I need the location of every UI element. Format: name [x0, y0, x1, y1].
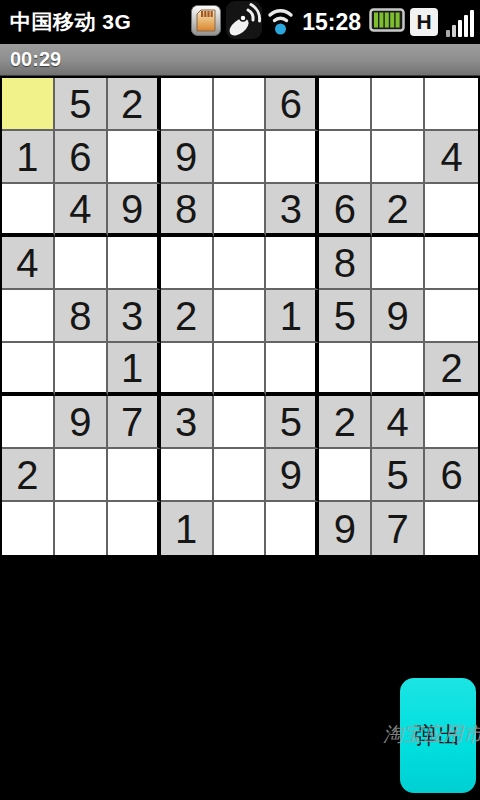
sudoku-cell-r2c7[interactable]	[319, 131, 372, 184]
sudoku-cell-r2c2[interactable]: 6	[55, 131, 108, 184]
sudoku-cell-r8c5[interactable]	[214, 449, 267, 502]
sudoku-cell-r5c5[interactable]	[214, 290, 267, 343]
sudoku-cell-r2c3[interactable]	[108, 131, 161, 184]
sudoku-cell-r7c2[interactable]: 9	[55, 396, 108, 449]
sudoku-cell-r5c6[interactable]: 1	[266, 290, 319, 343]
sudoku-cell-r2c4[interactable]: 9	[161, 131, 214, 184]
sudoku-cell-r3c3[interactable]: 9	[108, 184, 161, 237]
carrier-label: 中国移动 3G	[10, 8, 131, 36]
sudoku-cell-r6c8[interactable]	[372, 343, 425, 396]
sudoku-cell-r7c1[interactable]	[2, 396, 55, 449]
sudoku-cell-r3c6[interactable]: 3	[266, 184, 319, 237]
sudoku-cell-r8c8[interactable]: 5	[372, 449, 425, 502]
sudoku-cell-r1c2[interactable]: 5	[55, 78, 108, 131]
sudoku-cell-r6c1[interactable]	[2, 343, 55, 396]
sudoku-cell-r6c7[interactable]	[319, 343, 372, 396]
sudoku-grid: 526169449836248832159129735242956197	[0, 76, 480, 557]
sudoku-cell-r4c6[interactable]	[266, 237, 319, 290]
sudoku-cell-r2c9[interactable]: 4	[425, 131, 478, 184]
status-bar: 中国移动 3G	[0, 0, 480, 44]
sudoku-cell-r4c8[interactable]	[372, 237, 425, 290]
sudoku-cell-r2c6[interactable]	[266, 131, 319, 184]
battery-icon	[369, 8, 405, 36]
sudoku-cell-r8c1[interactable]: 2	[2, 449, 55, 502]
sudoku-cell-r9c9[interactable]	[425, 502, 478, 555]
sudoku-cell-r1c1[interactable]	[2, 78, 55, 131]
sudoku-cell-r7c6[interactable]: 5	[266, 396, 319, 449]
timer-label: 00:29	[10, 48, 61, 71]
sudoku-cell-r9c4[interactable]: 1	[161, 502, 214, 555]
sudoku-cell-r2c5[interactable]	[214, 131, 267, 184]
sudoku-cell-r4c1[interactable]: 4	[2, 237, 55, 290]
sudoku-cell-r4c4[interactable]	[161, 237, 214, 290]
sudoku-cell-r5c2[interactable]: 8	[55, 290, 108, 343]
sudoku-cell-r8c6[interactable]: 9	[266, 449, 319, 502]
sudoku-cell-r9c2[interactable]	[55, 502, 108, 555]
sudoku-cell-r9c5[interactable]	[214, 502, 267, 555]
network-type-badge: H	[410, 8, 438, 36]
sudoku-cell-r9c7[interactable]: 9	[319, 502, 372, 555]
sudoku-cell-r3c1[interactable]	[2, 184, 55, 237]
sudoku-cell-r9c3[interactable]	[108, 502, 161, 555]
sudoku-cell-r6c6[interactable]	[266, 343, 319, 396]
sudoku-cell-r1c4[interactable]	[161, 78, 214, 131]
gps-icon	[226, 1, 262, 43]
sudoku-cell-r5c3[interactable]: 3	[108, 290, 161, 343]
sudoku-cell-r8c3[interactable]	[108, 449, 161, 502]
sd-card-icon	[191, 5, 221, 40]
clock: 15:28	[302, 9, 361, 36]
sudoku-cell-r7c4[interactable]: 3	[161, 396, 214, 449]
sudoku-cell-r7c9[interactable]	[425, 396, 478, 449]
sudoku-cell-r5c1[interactable]	[2, 290, 55, 343]
sudoku-cell-r3c2[interactable]: 4	[55, 184, 108, 237]
sudoku-cell-r6c4[interactable]	[161, 343, 214, 396]
wifi-icon	[267, 4, 294, 40]
sudoku-cell-r6c3[interactable]: 1	[108, 343, 161, 396]
sudoku-cell-r3c7[interactable]: 6	[319, 184, 372, 237]
sudoku-cell-r3c5[interactable]	[214, 184, 267, 237]
sudoku-cell-r1c7[interactable]	[319, 78, 372, 131]
sudoku-cell-r9c6[interactable]	[266, 502, 319, 555]
sudoku-cell-r4c3[interactable]	[108, 237, 161, 290]
sudoku-cell-r1c9[interactable]	[425, 78, 478, 131]
sudoku-cell-r7c3[interactable]: 7	[108, 396, 161, 449]
sudoku-cell-r7c8[interactable]: 4	[372, 396, 425, 449]
sudoku-cell-r4c2[interactable]	[55, 237, 108, 290]
sudoku-cell-r1c3[interactable]: 2	[108, 78, 161, 131]
sudoku-cell-r4c5[interactable]	[214, 237, 267, 290]
sudoku-cell-r6c9[interactable]: 2	[425, 343, 478, 396]
sudoku-cell-r8c7[interactable]	[319, 449, 372, 502]
sudoku-cell-r3c8[interactable]: 2	[372, 184, 425, 237]
sudoku-cell-r5c4[interactable]: 2	[161, 290, 214, 343]
sudoku-cell-r4c7[interactable]: 8	[319, 237, 372, 290]
watermark-label: 淘宝应用市场	[383, 721, 480, 748]
sudoku-cell-r1c5[interactable]	[214, 78, 267, 131]
sudoku-cell-r3c9[interactable]	[425, 184, 478, 237]
sudoku-cell-r4c9[interactable]	[425, 237, 478, 290]
sudoku-cell-r5c9[interactable]	[425, 290, 478, 343]
sudoku-cell-r2c8[interactable]	[372, 131, 425, 184]
sudoku-cell-r8c2[interactable]	[55, 449, 108, 502]
sudoku-cell-r8c4[interactable]	[161, 449, 214, 502]
sudoku-cell-r3c4[interactable]: 8	[161, 184, 214, 237]
sudoku-cell-r1c6[interactable]: 6	[266, 78, 319, 131]
sudoku-cell-r8c9[interactable]: 6	[425, 449, 478, 502]
sudoku-cell-r5c8[interactable]: 9	[372, 290, 425, 343]
timer-bar: 00:29	[0, 44, 480, 76]
status-icons: 15:28 H	[191, 1, 474, 43]
sudoku-cell-r6c2[interactable]	[55, 343, 108, 396]
sudoku-cell-r6c5[interactable]	[214, 343, 267, 396]
sudoku-cell-r5c7[interactable]: 5	[319, 290, 372, 343]
sudoku-cell-r7c5[interactable]	[214, 396, 267, 449]
sudoku-cell-r2c1[interactable]: 1	[2, 131, 55, 184]
sudoku-cell-r9c8[interactable]: 7	[372, 502, 425, 555]
sudoku-cell-r1c8[interactable]	[372, 78, 425, 131]
sudoku-cell-r7c7[interactable]: 2	[319, 396, 372, 449]
sudoku-cell-r9c1[interactable]	[2, 502, 55, 555]
signal-strength-icon	[446, 7, 474, 37]
